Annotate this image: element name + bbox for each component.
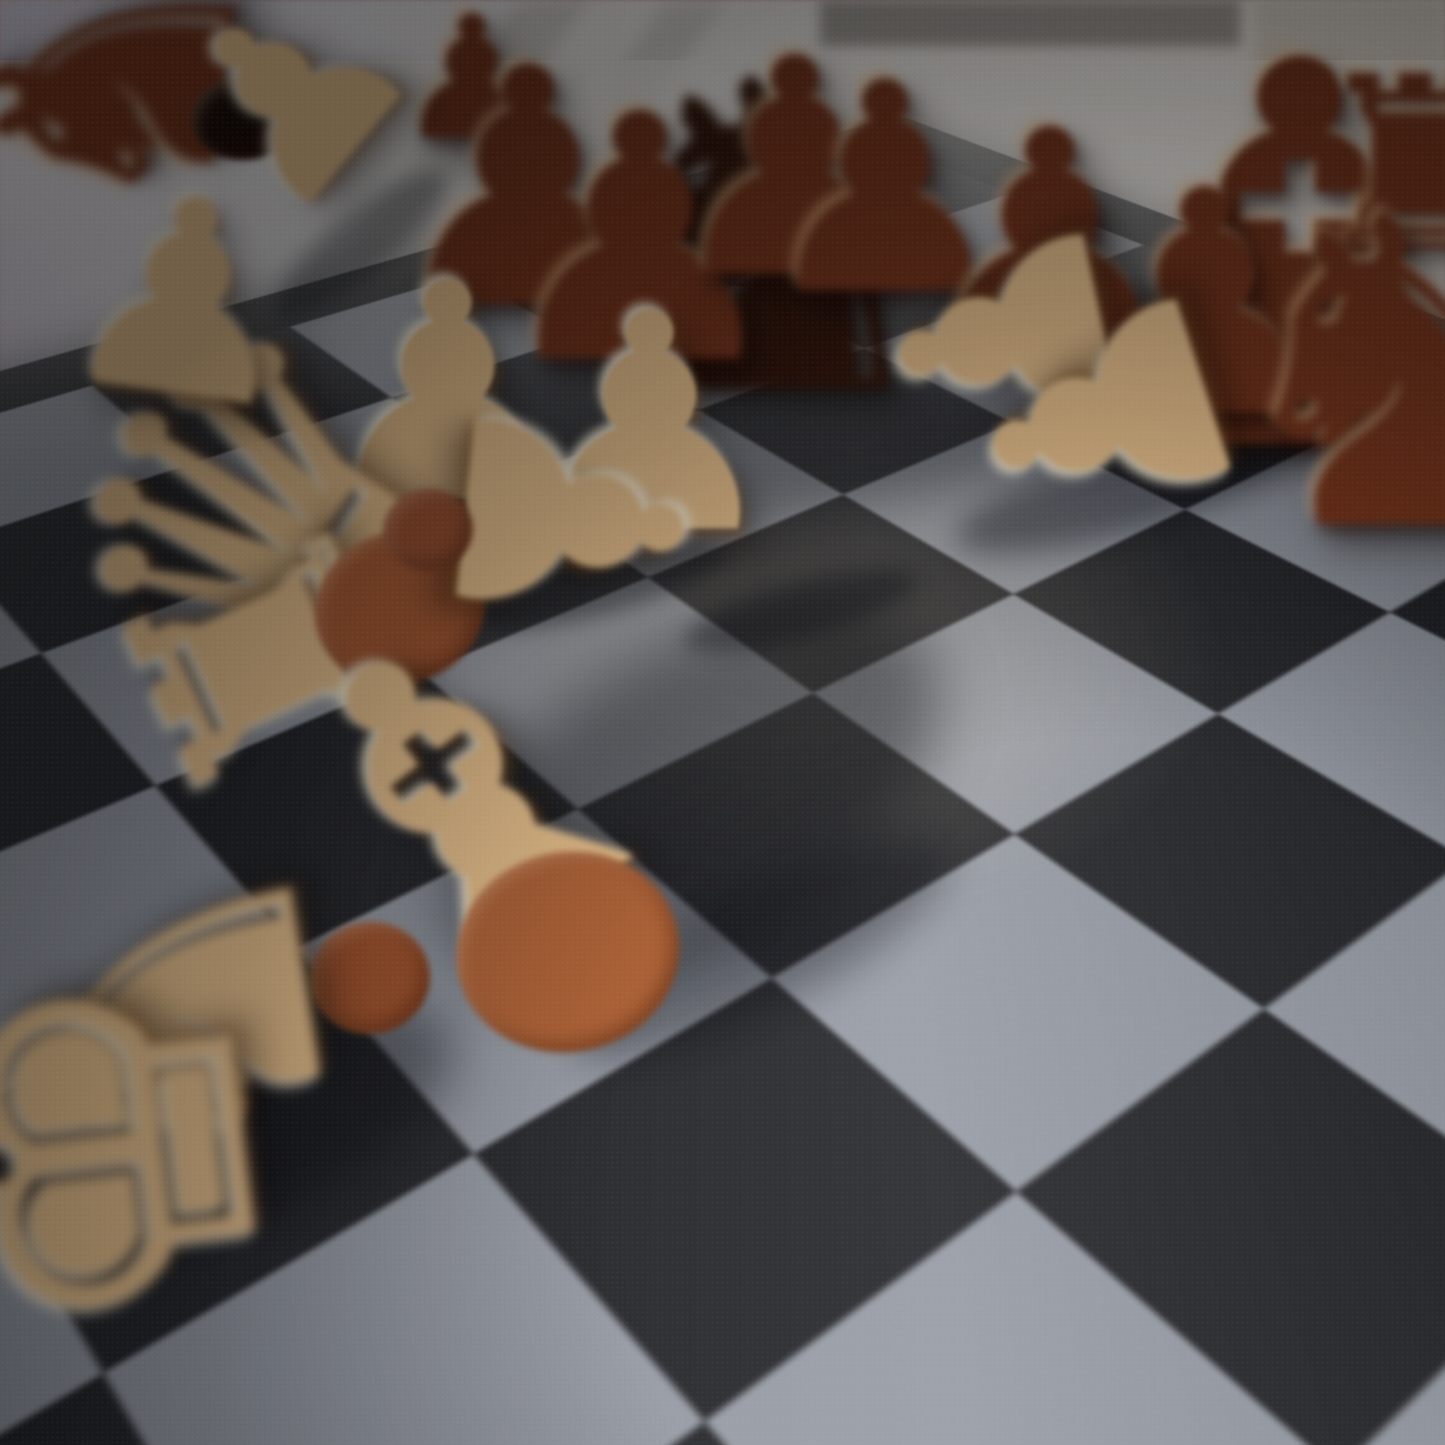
board-grid xyxy=(0,147,1445,1445)
chess-photo-scene: ♞♟♟♟♞♟♟♟♟♝♞♜♟♟♟♟♟♛♜♝♟♟♞♚ xyxy=(0,0,1445,1445)
background-wall-corner xyxy=(1255,0,1445,170)
background-shelf-edge xyxy=(820,0,1240,46)
chessboard xyxy=(0,115,1445,1445)
